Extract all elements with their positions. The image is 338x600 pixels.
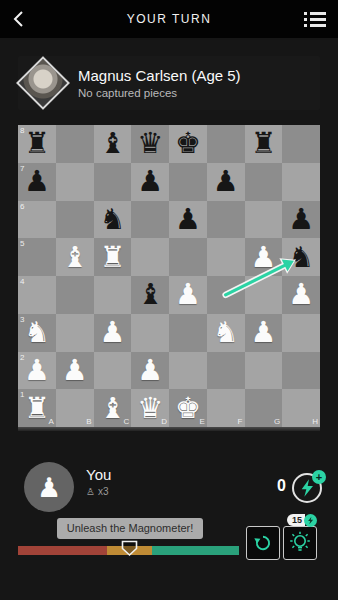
move-list-button[interactable] (304, 11, 326, 27)
square-c6[interactable]: ♞ (94, 201, 132, 239)
square-e2[interactable] (169, 352, 207, 390)
black-king-e8: ♚ (169, 125, 207, 163)
square-b3[interactable] (56, 314, 94, 352)
hint-bolt-icon (304, 514, 317, 527)
square-g7[interactable] (245, 163, 283, 201)
captured-count: x3 (98, 486, 109, 497)
file-label-h: H (312, 417, 318, 426)
black-pawn-h6: ♟ (282, 201, 320, 239)
square-f8[interactable] (207, 125, 245, 163)
white-rook-c5: ♜ (94, 238, 132, 276)
file-label-c: C (123, 417, 129, 426)
file-label-a: A (48, 417, 53, 426)
rank-label-3: 3 (20, 315, 24, 324)
square-h8[interactable] (282, 125, 320, 163)
square-g4[interactable] (245, 276, 283, 314)
square-d1[interactable]: D♛ (131, 389, 169, 427)
rank-label-1: 1 (20, 390, 24, 399)
white-pawn-d2: ♟ (131, 352, 169, 390)
hint-button[interactable] (283, 526, 317, 560)
square-d2[interactable]: ♟ (131, 352, 169, 390)
rank-label-4: 4 (20, 277, 24, 286)
square-a5[interactable]: 5 (18, 238, 56, 276)
white-bishop-b5: ♝ (56, 238, 94, 276)
square-b5[interactable]: ♝ (56, 238, 94, 276)
file-label-d: D (161, 417, 167, 426)
square-f3[interactable]: ♞ (207, 314, 245, 352)
player-captured: ♙ x3 (86, 486, 109, 497)
square-d6[interactable] (131, 201, 169, 239)
square-b6[interactable] (56, 201, 94, 239)
square-f5[interactable] (207, 238, 245, 276)
square-b4[interactable] (56, 276, 94, 314)
square-b7[interactable] (56, 163, 94, 201)
chess-board: 8♜♝♛♚♜7♟♟♟6♞♟♟5♝♜♟♞4♝♟♟3♞♟♞♟2♟♟♟1A♜BC♝D♛… (18, 125, 320, 427)
opponent-name: Magnus Carlsen (Age 5) (78, 67, 241, 84)
white-pawn-b2: ♟ (56, 352, 94, 390)
undo-icon (252, 532, 274, 554)
player-avatar: ♟ (24, 462, 74, 512)
square-e3[interactable] (169, 314, 207, 352)
square-c1[interactable]: C♝ (94, 389, 132, 427)
top-bar: YOUR TURN (0, 0, 338, 38)
square-f1[interactable]: F (207, 389, 245, 427)
file-label-g: G (274, 417, 280, 426)
square-g8[interactable]: ♜ (245, 125, 283, 163)
square-c4[interactable] (94, 276, 132, 314)
square-a2[interactable]: 2♟ (18, 352, 56, 390)
black-rook-g8: ♜ (245, 125, 283, 163)
square-d3[interactable] (131, 314, 169, 352)
square-h6[interactable]: ♟ (282, 201, 320, 239)
square-b8[interactable] (56, 125, 94, 163)
black-bishop-d4: ♝ (131, 276, 169, 314)
opponent-card: Magnus Carlsen (Age 5) No captured piece… (18, 56, 320, 110)
square-d7[interactable]: ♟ (131, 163, 169, 201)
square-b2[interactable]: ♟ (56, 352, 94, 390)
app-screen: YOUR TURN Magnus Carlsen (Age 5) No capt… (0, 0, 338, 600)
magnometer-segment-0 (18, 546, 107, 555)
square-g2[interactable] (245, 352, 283, 390)
square-e5[interactable] (169, 238, 207, 276)
energy-count: 0 (277, 477, 286, 495)
square-c7[interactable] (94, 163, 132, 201)
opponent-avatar (16, 56, 70, 110)
square-b1[interactable]: B (56, 389, 94, 427)
magnometer-tooltip: Unleash the Magnometer! (57, 518, 203, 539)
square-a8[interactable]: 8♜ (18, 125, 56, 163)
square-e8[interactable]: ♚ (169, 125, 207, 163)
opponent-captured-text: No captured pieces (78, 87, 241, 99)
black-knight-c6: ♞ (94, 201, 132, 239)
lightbulb-icon (288, 531, 312, 555)
white-pawn-c3: ♟ (94, 314, 132, 352)
white-pawn-g3: ♟ (245, 314, 283, 352)
square-f2[interactable] (207, 352, 245, 390)
black-queen-d8: ♛ (131, 125, 169, 163)
square-h2[interactable] (282, 352, 320, 390)
player-name: You (86, 466, 111, 483)
square-a6[interactable]: 6 (18, 201, 56, 239)
black-bishop-c8: ♝ (94, 125, 132, 163)
square-d8[interactable]: ♛ (131, 125, 169, 163)
opponent-avatar-photo (18, 58, 68, 108)
square-c8[interactable]: ♝ (94, 125, 132, 163)
file-label-f: F (238, 417, 243, 426)
square-g1[interactable]: G (245, 389, 283, 427)
file-label-e: E (199, 417, 204, 426)
captured-pawn-icon: ♙ (86, 486, 95, 497)
board-bottom-edge (18, 427, 320, 431)
square-e6[interactable]: ♟ (169, 201, 207, 239)
black-pawn-f7: ♟ (207, 163, 245, 201)
rank-label-8: 8 (20, 126, 24, 135)
rank-label-6: 6 (20, 202, 24, 211)
square-h3[interactable] (282, 314, 320, 352)
white-pawn-h4: ♟ (282, 276, 320, 314)
square-d5[interactable] (131, 238, 169, 276)
square-h5[interactable]: ♞ (282, 238, 320, 276)
rank-label-2: 2 (20, 353, 24, 362)
square-f7[interactable]: ♟ (207, 163, 245, 201)
square-g6[interactable] (245, 201, 283, 239)
magnometer-gauge (18, 546, 239, 555)
black-pawn-d7: ♟ (131, 163, 169, 201)
square-e1[interactable]: E♚ (169, 389, 207, 427)
black-knight-h5: ♞ (282, 238, 320, 276)
square-h4[interactable]: ♟ (282, 276, 320, 314)
square-g5[interactable]: ♟ (245, 238, 283, 276)
square-c2[interactable] (94, 352, 132, 390)
square-a4[interactable]: 4 (18, 276, 56, 314)
magnometer-segment-1 (107, 546, 152, 555)
file-label-b: B (86, 417, 91, 426)
square-a7[interactable]: 7♟ (18, 163, 56, 201)
hint-count-badge: 15 (287, 514, 317, 526)
white-pawn-avatar-icon: ♟ (37, 472, 61, 503)
square-a3[interactable]: 3♞ (18, 314, 56, 352)
square-c5[interactable]: ♜ (94, 238, 132, 276)
rank-label-7: 7 (20, 164, 24, 173)
magnometer-segment-2 (152, 546, 239, 555)
square-g3[interactable]: ♟ (245, 314, 283, 352)
square-e4[interactable]: ♟ (169, 276, 207, 314)
white-knight-f3: ♞ (207, 314, 245, 352)
rank-label-5: 5 (20, 239, 24, 248)
square-f6[interactable] (207, 201, 245, 239)
square-f4[interactable] (207, 276, 245, 314)
square-h7[interactable] (282, 163, 320, 201)
move-list-icon (304, 11, 326, 27)
square-e7[interactable] (169, 163, 207, 201)
hint-count: 15 (287, 514, 305, 526)
page-title: YOUR TURN (0, 0, 338, 38)
square-a1[interactable]: 1A♜ (18, 389, 56, 427)
square-h1[interactable]: H (282, 389, 320, 427)
white-pawn-g5: ♟ (245, 238, 283, 276)
white-pawn-e4: ♟ (169, 276, 207, 314)
energy-plus-badge[interactable]: + (312, 470, 326, 484)
black-pawn-e6: ♟ (169, 201, 207, 239)
square-c3[interactable]: ♟ (94, 314, 132, 352)
square-d4[interactable]: ♝ (131, 276, 169, 314)
undo-button[interactable] (246, 526, 280, 560)
